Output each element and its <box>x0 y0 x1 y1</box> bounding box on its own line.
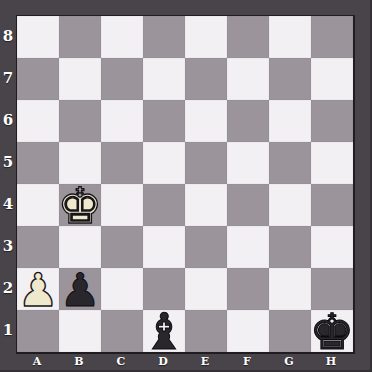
file-label-b: B <box>58 353 100 370</box>
square-e4[interactable] <box>185 184 227 226</box>
file-label-h: H <box>310 353 352 370</box>
square-h6[interactable] <box>311 100 353 142</box>
square-b2[interactable]: ♟ <box>59 268 101 310</box>
square-h7[interactable] <box>311 58 353 100</box>
square-f8[interactable] <box>227 16 269 58</box>
square-e2[interactable] <box>185 268 227 310</box>
square-c1[interactable] <box>101 310 143 352</box>
square-e3[interactable] <box>185 226 227 268</box>
file-label-d: D <box>142 353 184 370</box>
square-b4[interactable]: ♚ <box>59 184 101 226</box>
white-pawn[interactable]: ♟ <box>17 267 58 313</box>
black-bishop[interactable]: ♝ <box>142 307 187 357</box>
black-pawn[interactable]: ♟ <box>59 267 100 313</box>
square-g5[interactable] <box>269 142 311 184</box>
rank-label-1: 1 <box>0 309 16 351</box>
square-f1[interactable] <box>227 310 269 352</box>
square-f7[interactable] <box>227 58 269 100</box>
black-king[interactable]: ♚ <box>310 307 355 357</box>
square-h4[interactable] <box>311 184 353 226</box>
square-c7[interactable] <box>101 58 143 100</box>
square-g3[interactable] <box>269 226 311 268</box>
square-f2[interactable] <box>227 268 269 310</box>
square-f3[interactable] <box>227 226 269 268</box>
square-c3[interactable] <box>101 226 143 268</box>
square-c5[interactable] <box>101 142 143 184</box>
file-labels: ABCDEFGH <box>16 353 354 370</box>
square-a4[interactable] <box>17 184 59 226</box>
square-a8[interactable] <box>17 16 59 58</box>
square-f4[interactable] <box>227 184 269 226</box>
file-label-f: F <box>226 353 268 370</box>
square-h5[interactable] <box>311 142 353 184</box>
square-e7[interactable] <box>185 58 227 100</box>
file-label-g: G <box>268 353 310 370</box>
rank-label-4: 4 <box>0 183 16 225</box>
rank-label-8: 8 <box>0 15 16 57</box>
square-g6[interactable] <box>269 100 311 142</box>
square-e6[interactable] <box>185 100 227 142</box>
square-g7[interactable] <box>269 58 311 100</box>
square-e1[interactable] <box>185 310 227 352</box>
chess-board: ♚♟♟♝♚ <box>16 15 355 354</box>
rank-label-5: 5 <box>0 141 16 183</box>
square-g8[interactable] <box>269 16 311 58</box>
square-h8[interactable] <box>311 16 353 58</box>
square-b8[interactable] <box>59 16 101 58</box>
square-a5[interactable] <box>17 142 59 184</box>
square-d3[interactable] <box>143 226 185 268</box>
square-a6[interactable] <box>17 100 59 142</box>
square-g4[interactable] <box>269 184 311 226</box>
square-d1[interactable]: ♝ <box>143 310 185 352</box>
rank-label-6: 6 <box>0 99 16 141</box>
square-a2[interactable]: ♟ <box>17 268 59 310</box>
square-f6[interactable] <box>227 100 269 142</box>
rank-label-7: 7 <box>0 57 16 99</box>
square-b6[interactable] <box>59 100 101 142</box>
square-d8[interactable] <box>143 16 185 58</box>
square-f5[interactable] <box>227 142 269 184</box>
square-c6[interactable] <box>101 100 143 142</box>
rank-labels: 87654321 <box>0 15 16 351</box>
square-d5[interactable] <box>143 142 185 184</box>
square-a7[interactable] <box>17 58 59 100</box>
square-h3[interactable] <box>311 226 353 268</box>
square-d6[interactable] <box>143 100 185 142</box>
file-label-c: C <box>100 353 142 370</box>
square-a3[interactable] <box>17 226 59 268</box>
square-c4[interactable] <box>101 184 143 226</box>
rank-label-3: 3 <box>0 225 16 267</box>
square-g2[interactable] <box>269 268 311 310</box>
square-b7[interactable] <box>59 58 101 100</box>
square-e5[interactable] <box>185 142 227 184</box>
square-c8[interactable] <box>101 16 143 58</box>
square-c2[interactable] <box>101 268 143 310</box>
square-d4[interactable] <box>143 184 185 226</box>
square-h1[interactable]: ♚ <box>311 310 353 352</box>
square-e8[interactable] <box>185 16 227 58</box>
chess-diagram: ♚♟♟♝♚ 87654321 ABCDEFGH <box>0 0 372 372</box>
file-label-e: E <box>184 353 226 370</box>
square-g1[interactable] <box>269 310 311 352</box>
rank-label-2: 2 <box>0 267 16 309</box>
file-label-a: A <box>16 353 58 370</box>
square-d7[interactable] <box>143 58 185 100</box>
white-king[interactable]: ♚ <box>58 181 103 231</box>
